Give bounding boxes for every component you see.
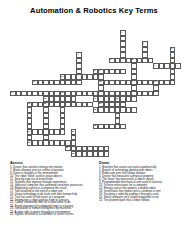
- cell-number: 11: [33, 80, 35, 82]
- cell-number: 8: [94, 69, 95, 71]
- clue-item: 25. The planned path that a robot follow…: [99, 198, 184, 201]
- grid-cell[interactable]: [153, 91, 159, 97]
- down-header: Down: [99, 161, 184, 165]
- grid-cell[interactable]: [131, 107, 137, 113]
- cell-number: 22: [94, 108, 96, 110]
- page-title: Automation & Robotics Key Terms: [0, 6, 188, 15]
- cell-number: 13: [154, 80, 156, 82]
- cell-number: 23: [94, 124, 96, 126]
- grid-cell[interactable]: [170, 80, 176, 86]
- cell-number: 15: [61, 91, 63, 93]
- cell-number: 21: [99, 102, 101, 104]
- grid-cell[interactable]: [175, 63, 181, 69]
- across-header: Across: [10, 161, 95, 165]
- across-clue-list: 5. Device that converts energy into moti…: [10, 166, 95, 216]
- grid-cell[interactable]: [76, 80, 82, 86]
- grid-cell[interactable]: [131, 96, 137, 102]
- cell-number: 6: [132, 58, 133, 60]
- grid-cell[interactable]: [120, 69, 126, 75]
- cell-number: 9: [99, 69, 100, 71]
- cell-number: 1: [121, 31, 122, 33]
- cell-number: 20: [44, 102, 46, 104]
- cell-number: 16: [44, 97, 46, 99]
- cell-number: 2: [143, 42, 144, 44]
- cell-number: 10: [61, 75, 63, 77]
- down-clues-section: Down 1. Machine that carries out tasks a…: [99, 161, 188, 243]
- cell-number: 14: [11, 91, 13, 93]
- cell-number: 25: [72, 130, 74, 132]
- clue-item: 28. Signals returned to a controller to …: [10, 213, 95, 216]
- grid-cell[interactable]: [104, 151, 110, 157]
- grid-cell[interactable]: [120, 124, 126, 130]
- cell-number: 24: [28, 130, 30, 132]
- cell-number: 12: [99, 80, 101, 82]
- cell-number: 17: [94, 97, 96, 99]
- down-clue-list: 1. Machine that carries out tasks automa…: [99, 166, 184, 202]
- crossword-grid: 1234567891011121314151617181920212223242…: [10, 30, 181, 157]
- cell-number: 27: [66, 146, 68, 148]
- cell-number: 28: [72, 152, 74, 154]
- cell-number: 26: [28, 141, 30, 143]
- grid-cell[interactable]: [60, 129, 66, 135]
- cell-number: 18: [116, 97, 118, 99]
- cell-number: 3: [171, 47, 172, 49]
- cell-number: 7: [154, 64, 155, 66]
- cell-number: 5: [110, 58, 111, 60]
- worksheet-page: Automation & Robotics Key Terms 12345678…: [0, 0, 188, 243]
- cell-number: 4: [77, 53, 78, 55]
- cell-number: 19: [28, 102, 30, 104]
